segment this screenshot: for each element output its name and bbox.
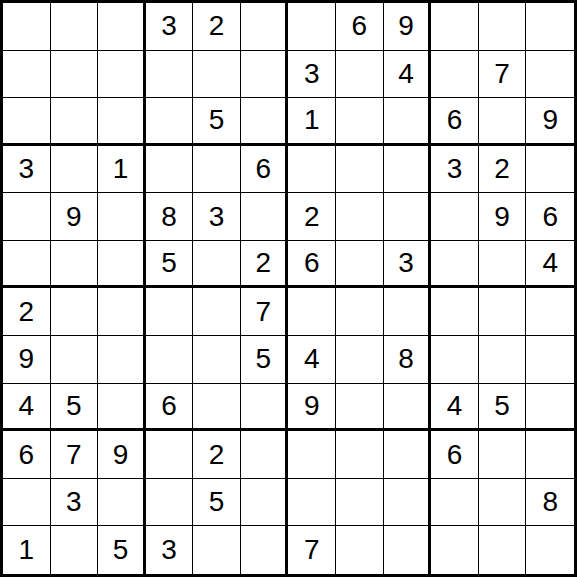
sudoku-cell-r4c7-empty[interactable]	[288, 146, 336, 194]
sudoku-cell-r2c8-empty[interactable]	[336, 51, 384, 99]
sudoku-cell-r9c4-given: 6	[146, 384, 194, 432]
sudoku-cell-r4c5-empty[interactable]	[193, 146, 241, 194]
sudoku-cell-r11c5-given: 5	[193, 479, 241, 527]
sudoku-cell-r1c8-given: 6	[336, 3, 384, 51]
sudoku-cell-r3c3-empty[interactable]	[98, 98, 146, 146]
sudoku-cell-r11c4-empty[interactable]	[146, 479, 194, 527]
sudoku-cell-r2c4-empty[interactable]	[146, 51, 194, 99]
sudoku-cell-r9c10-given: 4	[431, 384, 479, 432]
sudoku-cell-r12c9-empty[interactable]	[384, 526, 432, 574]
sudoku-cell-r7c5-empty[interactable]	[193, 288, 241, 336]
sudoku-cell-r12c4-given: 3	[146, 526, 194, 574]
sudoku-cell-r10c12-empty[interactable]	[526, 431, 574, 479]
sudoku-cell-r11c8-empty[interactable]	[336, 479, 384, 527]
sudoku-cell-r8c10-empty[interactable]	[431, 336, 479, 384]
sudoku-cell-r4c9-empty[interactable]	[384, 146, 432, 194]
sudoku-cell-r11c7-empty[interactable]	[288, 479, 336, 527]
sudoku-cell-r3c9-empty[interactable]	[384, 98, 432, 146]
sudoku-cell-r8c6-given: 5	[241, 336, 289, 384]
sudoku-cell-r11c12-given: 8	[526, 479, 574, 527]
sudoku-cell-r8c4-empty[interactable]	[146, 336, 194, 384]
sudoku-cell-r1c9-given: 9	[384, 3, 432, 51]
sudoku-cell-r10c2-given: 7	[51, 431, 99, 479]
sudoku-cell-r2c5-empty[interactable]	[193, 51, 241, 99]
sudoku-cell-r6c5-empty[interactable]	[193, 241, 241, 289]
sudoku-cell-r6c2-empty[interactable]	[51, 241, 99, 289]
sudoku-cell-r9c9-empty[interactable]	[384, 384, 432, 432]
sudoku-cell-r5c12-given: 6	[526, 193, 574, 241]
sudoku-cell-r2c10-empty[interactable]	[431, 51, 479, 99]
sudoku-cell-r1c4-given: 3	[146, 3, 194, 51]
sudoku-cell-r9c2-given: 5	[51, 384, 99, 432]
sudoku-cell-r10c1-given: 6	[3, 431, 51, 479]
sudoku-cell-r7c10-empty[interactable]	[431, 288, 479, 336]
sudoku-cell-r2c12-empty[interactable]	[526, 51, 574, 99]
sudoku-cell-r10c7-empty[interactable]	[288, 431, 336, 479]
sudoku-cell-r9c8-empty[interactable]	[336, 384, 384, 432]
sudoku-cell-r9c7-given: 9	[288, 384, 336, 432]
sudoku-cell-r5c8-empty[interactable]	[336, 193, 384, 241]
sudoku-cell-r7c9-empty[interactable]	[384, 288, 432, 336]
sudoku-cell-r1c3-empty[interactable]	[98, 3, 146, 51]
sudoku-cell-r6c4-given: 5	[146, 241, 194, 289]
sudoku-cell-r11c10-empty[interactable]	[431, 479, 479, 527]
sudoku-cell-r3c10-given: 6	[431, 98, 479, 146]
sudoku-cell-r10c8-empty[interactable]	[336, 431, 384, 479]
sudoku-cell-r3c11-empty[interactable]	[479, 98, 527, 146]
sudoku-cell-r9c6-empty[interactable]	[241, 384, 289, 432]
sudoku-cell-r4c4-empty[interactable]	[146, 146, 194, 194]
sudoku-cell-r1c10-empty[interactable]	[431, 3, 479, 51]
sudoku-cell-r5c6-empty[interactable]	[241, 193, 289, 241]
sudoku-cell-r1c5-given: 2	[193, 3, 241, 51]
sudoku-cell-r6c7-given: 6	[288, 241, 336, 289]
sudoku-cell-r2c3-empty[interactable]	[98, 51, 146, 99]
sudoku-cell-r4c1-given: 3	[3, 146, 51, 194]
sudoku-cell-r6c10-empty[interactable]	[431, 241, 479, 289]
sudoku-cell-r5c1-empty[interactable]	[3, 193, 51, 241]
sudoku-cell-r10c3-given: 9	[98, 431, 146, 479]
sudoku-cell-r12c7-given: 7	[288, 526, 336, 574]
sudoku-cell-r3c12-given: 9	[526, 98, 574, 146]
sudoku-cell-r5c9-empty[interactable]	[384, 193, 432, 241]
sudoku-cell-r9c12-empty[interactable]	[526, 384, 574, 432]
sudoku-cell-r11c6-empty[interactable]	[241, 479, 289, 527]
sudoku-cell-r11c3-empty[interactable]	[98, 479, 146, 527]
sudoku-cell-r2c9-given: 4	[384, 51, 432, 99]
sudoku-cell-r10c4-empty[interactable]	[146, 431, 194, 479]
sudoku-cell-r6c9-given: 3	[384, 241, 432, 289]
sudoku-cell-r8c3-empty[interactable]	[98, 336, 146, 384]
sudoku-cell-r10c6-empty[interactable]	[241, 431, 289, 479]
sudoku-cell-r9c1-given: 4	[3, 384, 51, 432]
sudoku-cell-r4c6-given: 6	[241, 146, 289, 194]
sudoku-cell-r5c4-given: 8	[146, 193, 194, 241]
sudoku-cell-r4c12-empty[interactable]	[526, 146, 574, 194]
sudoku-cell-r12c6-empty[interactable]	[241, 526, 289, 574]
sudoku-cell-r3c1-empty[interactable]	[3, 98, 51, 146]
sudoku-cell-r10c10-given: 6	[431, 431, 479, 479]
sudoku-cell-r7c1-given: 2	[3, 288, 51, 336]
sudoku-cell-r1c2-empty[interactable]	[51, 3, 99, 51]
sudoku-cell-r11c9-empty[interactable]	[384, 479, 432, 527]
sudoku-cell-r5c3-empty[interactable]	[98, 193, 146, 241]
sudoku-cell-r6c3-empty[interactable]	[98, 241, 146, 289]
sudoku-cell-r12c2-empty[interactable]	[51, 526, 99, 574]
sudoku-cell-r3c5-given: 5	[193, 98, 241, 146]
sudoku-cell-r2c7-given: 3	[288, 51, 336, 99]
sudoku-cell-r6c12-given: 4	[526, 241, 574, 289]
sudoku-cell-r3c2-empty[interactable]	[51, 98, 99, 146]
sudoku-cell-r7c3-empty[interactable]	[98, 288, 146, 336]
sudoku-cell-r5c5-given: 3	[193, 193, 241, 241]
sudoku-cell-r4c2-empty[interactable]	[51, 146, 99, 194]
sudoku-cell-r3c7-given: 1	[288, 98, 336, 146]
sudoku-cell-r4c8-empty[interactable]	[336, 146, 384, 194]
sudoku-cell-r2c11-given: 7	[479, 51, 527, 99]
sudoku-cell-r6c1-empty[interactable]	[3, 241, 51, 289]
sudoku-cell-r12c5-empty[interactable]	[193, 526, 241, 574]
sudoku-cell-r7c7-empty[interactable]	[288, 288, 336, 336]
sudoku-cell-r4c3-given: 1	[98, 146, 146, 194]
sudoku-cell-r6c6-given: 2	[241, 241, 289, 289]
sudoku-cell-r7c2-empty[interactable]	[51, 288, 99, 336]
sudoku-cell-r2c1-empty[interactable]	[3, 51, 51, 99]
sudoku-cell-r2c6-empty[interactable]	[241, 51, 289, 99]
sudoku-cell-r3c6-empty[interactable]	[241, 98, 289, 146]
sudoku-cell-r1c6-empty[interactable]	[241, 3, 289, 51]
sudoku-cell-r9c5-empty[interactable]	[193, 384, 241, 432]
sudoku-cell-r8c1-given: 9	[3, 336, 51, 384]
sudoku-cell-r12c10-empty[interactable]	[431, 526, 479, 574]
sudoku-cell-r7c12-empty[interactable]	[526, 288, 574, 336]
sudoku-cell-r11c1-empty[interactable]	[3, 479, 51, 527]
sudoku-cell-r6c8-empty[interactable]	[336, 241, 384, 289]
sudoku-cell-r5c10-empty[interactable]	[431, 193, 479, 241]
sudoku-cell-r8c8-empty[interactable]	[336, 336, 384, 384]
sudoku-cell-r10c9-empty[interactable]	[384, 431, 432, 479]
sudoku-cell-r1c7-empty[interactable]	[288, 3, 336, 51]
sudoku-cell-r8c7-given: 4	[288, 336, 336, 384]
sudoku-board: 3269347516931632983296526342795484569456…	[0, 0, 577, 577]
sudoku-cell-r7c6-given: 7	[241, 288, 289, 336]
sudoku-cell-r11c2-given: 3	[51, 479, 99, 527]
sudoku-cell-r1c12-empty[interactable]	[526, 3, 574, 51]
sudoku-cell-r12c1-given: 1	[3, 526, 51, 574]
sudoku-cell-r8c11-empty[interactable]	[479, 336, 527, 384]
sudoku-cell-r8c12-empty[interactable]	[526, 336, 574, 384]
sudoku-cell-r8c2-empty[interactable]	[51, 336, 99, 384]
sudoku-cell-r5c7-given: 2	[288, 193, 336, 241]
sudoku-cell-r4c11-given: 2	[479, 146, 527, 194]
sudoku-cell-r7c8-empty[interactable]	[336, 288, 384, 336]
sudoku-cell-r3c8-empty[interactable]	[336, 98, 384, 146]
sudoku-cell-r3c4-empty[interactable]	[146, 98, 194, 146]
sudoku-cell-r1c1-empty[interactable]	[3, 3, 51, 51]
sudoku-cell-r5c2-given: 9	[51, 193, 99, 241]
sudoku-cell-r7c4-empty[interactable]	[146, 288, 194, 336]
sudoku-cell-r6c11-empty[interactable]	[479, 241, 527, 289]
sudoku-cell-r10c5-given: 2	[193, 431, 241, 479]
sudoku-cell-r5c11-given: 9	[479, 193, 527, 241]
sudoku-cell-r12c3-given: 5	[98, 526, 146, 574]
sudoku-cell-r1c11-empty[interactable]	[479, 3, 527, 51]
sudoku-cell-r12c11-empty[interactable]	[479, 526, 527, 574]
sudoku-cell-r9c11-given: 5	[479, 384, 527, 432]
sudoku-cell-r11c11-empty[interactable]	[479, 479, 527, 527]
sudoku-cell-r2c2-empty[interactable]	[51, 51, 99, 99]
sudoku-cell-r4c10-given: 3	[431, 146, 479, 194]
sudoku-cell-r10c11-empty[interactable]	[479, 431, 527, 479]
sudoku-cell-r8c9-given: 8	[384, 336, 432, 384]
sudoku-cell-r7c11-empty[interactable]	[479, 288, 527, 336]
sudoku-cell-r12c12-empty[interactable]	[526, 526, 574, 574]
sudoku-cell-r8c5-empty[interactable]	[193, 336, 241, 384]
sudoku-cell-r9c3-empty[interactable]	[98, 384, 146, 432]
sudoku-cell-r12c8-empty[interactable]	[336, 526, 384, 574]
